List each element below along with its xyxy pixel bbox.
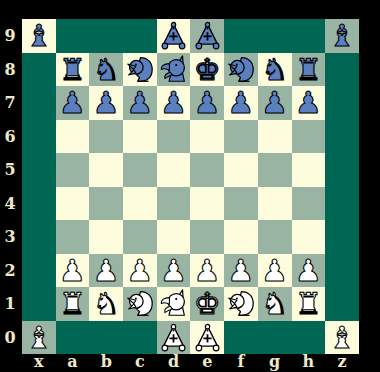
square-a2[interactable]: ♟: [56, 254, 90, 288]
black-lion[interactable]: [125, 55, 154, 84]
square-g1[interactable]: ♞: [258, 287, 292, 321]
square-f0[interactable]: [224, 321, 258, 355]
square-g3[interactable]: [258, 220, 292, 254]
square-g6[interactable]: [258, 120, 292, 154]
rank-label-6: 6: [0, 120, 20, 154]
square-g9[interactable]: [258, 19, 292, 53]
square-g7[interactable]: ♟: [258, 86, 292, 120]
square-x3[interactable]: [22, 220, 56, 254]
square-b2[interactable]: ♟: [89, 254, 123, 288]
black-pawn[interactable]: ♟: [126, 86, 153, 119]
square-c1[interactable]: [123, 287, 157, 321]
white-knight[interactable]: ♞: [261, 287, 288, 320]
white-pawn[interactable]: ♟: [59, 254, 86, 287]
square-f7[interactable]: ♟: [224, 86, 258, 120]
square-h6[interactable]: [292, 120, 326, 154]
square-x5[interactable]: [22, 153, 56, 187]
white-pawn[interactable]: ♟: [194, 254, 221, 287]
square-z6[interactable]: [325, 120, 359, 154]
white-pawn[interactable]: ♟: [126, 254, 153, 287]
square-c0[interactable]: [123, 321, 157, 355]
black-rook[interactable]: ♜: [59, 53, 86, 86]
square-x1[interactable]: [22, 287, 56, 321]
square-f5[interactable]: [224, 153, 258, 187]
square-z3[interactable]: [325, 220, 359, 254]
square-a5[interactable]: [56, 153, 90, 187]
square-d8[interactable]: [157, 53, 191, 87]
square-x8[interactable]: [22, 53, 56, 87]
white-lion[interactable]: [125, 289, 154, 318]
square-z7[interactable]: [325, 86, 359, 120]
square-f9[interactable]: [224, 19, 258, 53]
square-e5[interactable]: [190, 153, 224, 187]
black-pawn[interactable]: ♟: [160, 86, 187, 119]
square-h0[interactable]: [292, 321, 326, 355]
white-gryphon[interactable]: [159, 289, 188, 318]
square-a1[interactable]: ♜: [56, 287, 90, 321]
rank-label-0: 0: [0, 321, 20, 355]
black-pawn[interactable]: ♟: [93, 86, 120, 119]
square-b8[interactable]: ♞: [89, 53, 123, 87]
square-a7[interactable]: ♟: [56, 86, 90, 120]
rank-label-7: 7: [0, 86, 20, 120]
file-label-g: g: [258, 353, 292, 372]
square-e7[interactable]: ♟: [190, 86, 224, 120]
square-c9[interactable]: [123, 19, 157, 53]
white-rook[interactable]: ♜: [295, 287, 322, 320]
square-f8[interactable]: [224, 53, 258, 87]
square-a3[interactable]: [56, 220, 90, 254]
rank-label-2: 2: [0, 254, 20, 288]
square-c3[interactable]: [123, 220, 157, 254]
square-c5[interactable]: [123, 153, 157, 187]
file-label-h: h: [292, 353, 326, 372]
black-bishop[interactable]: ♝: [329, 19, 356, 52]
black-cannon[interactable]: [193, 21, 222, 50]
white-king[interactable]: ♚: [194, 287, 221, 320]
black-rook[interactable]: ♜: [295, 53, 322, 86]
square-z0[interactable]: ♝: [325, 321, 359, 355]
square-x6[interactable]: [22, 120, 56, 154]
rank-label-5: 5: [0, 153, 20, 187]
black-bishop[interactable]: ♝: [25, 19, 52, 52]
square-e1[interactable]: ♚: [190, 287, 224, 321]
white-cannon[interactable]: [193, 323, 222, 352]
square-c2[interactable]: ♟: [123, 254, 157, 288]
black-pawn[interactable]: ♟: [261, 86, 288, 119]
black-knight[interactable]: ♞: [93, 53, 120, 86]
square-h2[interactable]: ♟: [292, 254, 326, 288]
black-pawn[interactable]: ♟: [228, 86, 255, 119]
square-e9[interactable]: [190, 19, 224, 53]
black-knight[interactable]: ♞: [261, 53, 288, 86]
file-label-b: b: [89, 353, 123, 372]
square-a0[interactable]: [56, 321, 90, 355]
square-h8[interactable]: ♜: [292, 53, 326, 87]
square-d9[interactable]: [157, 19, 191, 53]
file-label-z: z: [325, 353, 359, 372]
square-d0[interactable]: [157, 321, 191, 355]
rank-label-3: 3: [0, 220, 20, 254]
square-c7[interactable]: ♟: [123, 86, 157, 120]
black-pawn[interactable]: ♟: [59, 86, 86, 119]
square-x9[interactable]: ♝: [22, 19, 56, 53]
square-e2[interactable]: ♟: [190, 254, 224, 288]
rank-label-9: 9: [0, 19, 20, 53]
file-labels: xabcdefghz: [22, 353, 359, 372]
square-d5[interactable]: [157, 153, 191, 187]
square-e0[interactable]: [190, 321, 224, 355]
square-d4[interactable]: [157, 187, 191, 221]
square-b1[interactable]: ♞: [89, 287, 123, 321]
white-pawn[interactable]: ♟: [228, 254, 255, 287]
black-pawn[interactable]: ♟: [194, 86, 221, 119]
white-knight[interactable]: ♞: [93, 287, 120, 320]
white-bishop[interactable]: ♝: [25, 321, 52, 354]
square-b9[interactable]: [89, 19, 123, 53]
square-h3[interactable]: [292, 220, 326, 254]
white-bishop[interactable]: ♝: [329, 321, 356, 354]
square-b0[interactable]: [89, 321, 123, 355]
square-a4[interactable]: [56, 187, 90, 221]
square-f1[interactable]: [224, 287, 258, 321]
square-d2[interactable]: ♟: [157, 254, 191, 288]
square-z8[interactable]: [325, 53, 359, 87]
square-e4[interactable]: [190, 187, 224, 221]
square-z5[interactable]: [325, 153, 359, 187]
white-rook[interactable]: ♜: [59, 287, 86, 320]
square-c4[interactable]: [123, 187, 157, 221]
square-a9[interactable]: [56, 19, 90, 53]
white-pawn[interactable]: ♟: [261, 254, 288, 287]
square-b5[interactable]: [89, 153, 123, 187]
square-d6[interactable]: [157, 120, 191, 154]
square-c6[interactable]: [123, 120, 157, 154]
square-x0[interactable]: ♝: [22, 321, 56, 355]
black-lion[interactable]: [226, 55, 255, 84]
white-cannon[interactable]: [159, 323, 188, 352]
black-gryphon[interactable]: [159, 55, 188, 84]
square-z1[interactable]: [325, 287, 359, 321]
square-f2[interactable]: ♟: [224, 254, 258, 288]
square-x2[interactable]: [22, 254, 56, 288]
game-window: 9876543210 ♝♝♜♞♚♞♜♟♟♟♟♟♟♟♟♟♟♟♟♟♟♟♟♜♞♚♞♜♝…: [0, 0, 380, 372]
square-z9[interactable]: ♝: [325, 19, 359, 53]
black-king[interactable]: ♚: [194, 53, 221, 86]
square-g4[interactable]: [258, 187, 292, 221]
white-pawn[interactable]: ♟: [93, 254, 120, 287]
square-f6[interactable]: [224, 120, 258, 154]
file-label-x: x: [22, 353, 56, 372]
file-label-e: e: [190, 353, 224, 372]
square-g5[interactable]: [258, 153, 292, 187]
white-lion[interactable]: [226, 289, 255, 318]
square-d1[interactable]: [157, 287, 191, 321]
square-c8[interactable]: [123, 53, 157, 87]
square-z2[interactable]: [325, 254, 359, 288]
square-h7[interactable]: ♟: [292, 86, 326, 120]
file-label-a: a: [56, 353, 90, 372]
black-pawn[interactable]: ♟: [295, 86, 322, 119]
square-a8[interactable]: ♜: [56, 53, 90, 87]
square-b4[interactable]: [89, 187, 123, 221]
square-h5[interactable]: [292, 153, 326, 187]
square-g2[interactable]: ♟: [258, 254, 292, 288]
square-b6[interactable]: [89, 120, 123, 154]
square-e3[interactable]: [190, 220, 224, 254]
square-a6[interactable]: [56, 120, 90, 154]
square-d3[interactable]: [157, 220, 191, 254]
file-label-c: c: [123, 353, 157, 372]
rank-label-4: 4: [0, 187, 20, 221]
square-f3[interactable]: [224, 220, 258, 254]
rank-labels: 9876543210: [0, 19, 20, 354]
file-label-d: d: [157, 353, 191, 372]
rank-label-8: 8: [0, 53, 20, 87]
square-b7[interactable]: ♟: [89, 86, 123, 120]
square-z4[interactable]: [325, 187, 359, 221]
square-g0[interactable]: [258, 321, 292, 355]
rank-label-1: 1: [0, 287, 20, 321]
square-h1[interactable]: ♜: [292, 287, 326, 321]
square-h9[interactable]: [292, 19, 326, 53]
black-cannon[interactable]: [159, 21, 188, 50]
white-pawn[interactable]: ♟: [160, 254, 187, 287]
square-e6[interactable]: [190, 120, 224, 154]
white-pawn[interactable]: ♟: [295, 254, 322, 287]
square-e8[interactable]: ♚: [190, 53, 224, 87]
board: ♝♝♜♞♚♞♜♟♟♟♟♟♟♟♟♟♟♟♟♟♟♟♟♜♞♚♞♜♝♝: [22, 19, 359, 354]
file-label-f: f: [224, 353, 258, 372]
square-x4[interactable]: [22, 187, 56, 221]
square-b3[interactable]: [89, 220, 123, 254]
square-g8[interactable]: ♞: [258, 53, 292, 87]
square-x7[interactable]: [22, 86, 56, 120]
square-d7[interactable]: ♟: [157, 86, 191, 120]
square-f4[interactable]: [224, 187, 258, 221]
square-h4[interactable]: [292, 187, 326, 221]
